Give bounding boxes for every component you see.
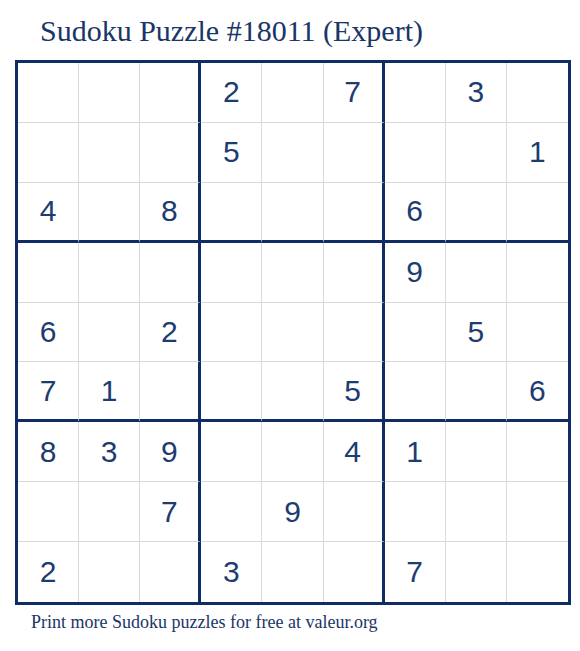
page-title: Sudoku Puzzle #18011 (Expert): [40, 14, 423, 48]
empty-cell: [79, 542, 140, 602]
given-cell: 5: [201, 123, 262, 183]
empty-cell: [140, 243, 201, 303]
empty-cell: [324, 303, 385, 363]
given-cell: 6: [18, 303, 79, 363]
given-cell: 2: [201, 63, 262, 123]
given-cell: 7: [140, 482, 201, 542]
empty-cell: [446, 362, 507, 422]
given-cell: 4: [18, 183, 79, 243]
empty-cell: [262, 63, 323, 123]
given-cell: 9: [140, 422, 201, 482]
given-cell: 1: [385, 422, 446, 482]
given-cell: 8: [18, 422, 79, 482]
empty-cell: [385, 123, 446, 183]
given-cell: 4: [324, 422, 385, 482]
footer-text: Print more Sudoku puzzles for free at va…: [31, 612, 378, 633]
empty-cell: [18, 482, 79, 542]
given-cell: 9: [262, 482, 323, 542]
empty-cell: [140, 542, 201, 602]
empty-cell: [385, 362, 446, 422]
empty-cell: [446, 183, 507, 243]
empty-cell: [324, 123, 385, 183]
given-cell: 7: [18, 362, 79, 422]
given-cell: 8: [140, 183, 201, 243]
given-cell: 7: [385, 542, 446, 602]
empty-cell: [262, 542, 323, 602]
given-cell: 3: [446, 63, 507, 123]
empty-cell: [446, 542, 507, 602]
empty-cell: [324, 482, 385, 542]
empty-cell: [18, 63, 79, 123]
empty-cell: [324, 542, 385, 602]
empty-cell: [262, 183, 323, 243]
empty-cell: [262, 123, 323, 183]
given-cell: 1: [507, 123, 568, 183]
empty-cell: [140, 362, 201, 422]
empty-cell: [507, 303, 568, 363]
given-cell: 3: [79, 422, 140, 482]
empty-cell: [385, 63, 446, 123]
given-cell: 6: [507, 362, 568, 422]
empty-cell: [507, 63, 568, 123]
given-cell: 2: [140, 303, 201, 363]
empty-cell: [201, 422, 262, 482]
empty-cell: [79, 482, 140, 542]
empty-cell: [446, 123, 507, 183]
empty-cell: [507, 482, 568, 542]
empty-cell: [79, 123, 140, 183]
given-cell: 6: [385, 183, 446, 243]
given-cell: 3: [201, 542, 262, 602]
empty-cell: [507, 542, 568, 602]
empty-cell: [324, 243, 385, 303]
given-cell: 7: [324, 63, 385, 123]
empty-cell: [140, 123, 201, 183]
empty-cell: [507, 183, 568, 243]
empty-cell: [79, 243, 140, 303]
given-cell: 5: [446, 303, 507, 363]
empty-cell: [79, 183, 140, 243]
empty-cell: [507, 243, 568, 303]
sudoku-page: Sudoku Puzzle #18011 (Expert) 2735148696…: [0, 0, 580, 651]
empty-cell: [140, 63, 201, 123]
empty-cell: [201, 482, 262, 542]
empty-cell: [507, 422, 568, 482]
empty-cell: [262, 243, 323, 303]
empty-cell: [262, 362, 323, 422]
empty-cell: [324, 183, 385, 243]
empty-cell: [385, 303, 446, 363]
empty-cell: [79, 303, 140, 363]
empty-cell: [201, 362, 262, 422]
given-cell: 9: [385, 243, 446, 303]
empty-cell: [385, 482, 446, 542]
given-cell: 5: [324, 362, 385, 422]
sudoku-board: 27351486962571568394179237: [15, 60, 571, 605]
empty-cell: [446, 482, 507, 542]
empty-cell: [18, 243, 79, 303]
empty-cell: [262, 422, 323, 482]
empty-cell: [201, 243, 262, 303]
empty-cell: [262, 303, 323, 363]
given-cell: 2: [18, 542, 79, 602]
empty-cell: [201, 303, 262, 363]
empty-cell: [201, 183, 262, 243]
given-cell: 1: [79, 362, 140, 422]
empty-cell: [446, 422, 507, 482]
empty-cell: [446, 243, 507, 303]
empty-cell: [18, 123, 79, 183]
empty-cell: [79, 63, 140, 123]
